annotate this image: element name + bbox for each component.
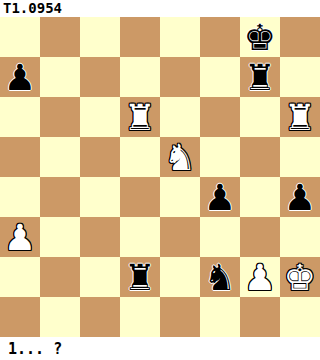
square-c7[interactable] — [80, 57, 120, 97]
square-b1[interactable] — [40, 297, 80, 337]
square-d2[interactable]: ♜ — [120, 257, 160, 297]
white-pawn-icon[interactable]: ♟ — [0, 217, 40, 257]
square-e7[interactable] — [160, 57, 200, 97]
square-g1[interactable] — [240, 297, 280, 337]
black-knight-icon[interactable]: ♞ — [200, 257, 240, 297]
square-a8[interactable] — [0, 17, 40, 57]
square-h5[interactable] — [280, 137, 320, 177]
black-rook-icon[interactable]: ♜ — [120, 257, 160, 297]
square-d5[interactable] — [120, 137, 160, 177]
square-f8[interactable] — [200, 17, 240, 57]
square-f2[interactable]: ♞ — [200, 257, 240, 297]
square-c4[interactable] — [80, 177, 120, 217]
square-a4[interactable] — [0, 177, 40, 217]
square-b3[interactable] — [40, 217, 80, 257]
black-pawn-icon[interactable]: ♟ — [200, 177, 240, 217]
square-h6[interactable]: ♜ — [280, 97, 320, 137]
square-e2[interactable] — [160, 257, 200, 297]
white-rook-icon[interactable]: ♜ — [280, 97, 320, 137]
square-c8[interactable] — [80, 17, 120, 57]
square-f6[interactable] — [200, 97, 240, 137]
square-e4[interactable] — [160, 177, 200, 217]
square-b8[interactable] — [40, 17, 80, 57]
square-f5[interactable] — [200, 137, 240, 177]
square-f7[interactable] — [200, 57, 240, 97]
square-f1[interactable] — [200, 297, 240, 337]
black-rook-icon[interactable]: ♜ — [240, 57, 280, 97]
square-e5[interactable]: ♞ — [160, 137, 200, 177]
square-c6[interactable] — [80, 97, 120, 137]
square-a5[interactable] — [0, 137, 40, 177]
square-b5[interactable] — [40, 137, 80, 177]
square-g6[interactable] — [240, 97, 280, 137]
square-b4[interactable] — [40, 177, 80, 217]
square-b2[interactable] — [40, 257, 80, 297]
square-d8[interactable] — [120, 17, 160, 57]
square-c1[interactable] — [80, 297, 120, 337]
square-d1[interactable] — [120, 297, 160, 337]
square-a1[interactable] — [0, 297, 40, 337]
square-e1[interactable] — [160, 297, 200, 337]
white-knight-icon[interactable]: ♞ — [160, 137, 200, 177]
white-king-icon[interactable]: ♚ — [280, 257, 320, 297]
square-g3[interactable] — [240, 217, 280, 257]
square-c2[interactable] — [80, 257, 120, 297]
square-h4[interactable]: ♟ — [280, 177, 320, 217]
white-rook-icon[interactable]: ♜ — [120, 97, 160, 137]
square-a7[interactable]: ♟ — [0, 57, 40, 97]
square-b7[interactable] — [40, 57, 80, 97]
chess-board: ♚♟♜♜♜♞♟♟♟♜♞♟♚ — [0, 17, 320, 337]
square-g7[interactable]: ♜ — [240, 57, 280, 97]
square-h2[interactable]: ♚ — [280, 257, 320, 297]
square-e8[interactable] — [160, 17, 200, 57]
square-c3[interactable] — [80, 217, 120, 257]
square-g4[interactable] — [240, 177, 280, 217]
square-g5[interactable] — [240, 137, 280, 177]
square-d7[interactable] — [120, 57, 160, 97]
square-g2[interactable]: ♟ — [240, 257, 280, 297]
square-c5[interactable] — [80, 137, 120, 177]
white-pawn-icon[interactable]: ♟ — [240, 257, 280, 297]
puzzle-title: T1.0954 — [0, 0, 320, 17]
square-f4[interactable]: ♟ — [200, 177, 240, 217]
square-h3[interactable] — [280, 217, 320, 257]
square-d3[interactable] — [120, 217, 160, 257]
black-pawn-icon[interactable]: ♟ — [280, 177, 320, 217]
square-g8[interactable]: ♚ — [240, 17, 280, 57]
square-b6[interactable] — [40, 97, 80, 137]
square-a2[interactable] — [0, 257, 40, 297]
move-prompt: 1... ? — [0, 337, 320, 360]
black-pawn-icon[interactable]: ♟ — [0, 57, 40, 97]
black-king-icon[interactable]: ♚ — [240, 17, 280, 57]
square-e3[interactable] — [160, 217, 200, 257]
square-h1[interactable] — [280, 297, 320, 337]
square-d4[interactable] — [120, 177, 160, 217]
square-d6[interactable]: ♜ — [120, 97, 160, 137]
square-a3[interactable]: ♟ — [0, 217, 40, 257]
square-f3[interactable] — [200, 217, 240, 257]
square-h7[interactable] — [280, 57, 320, 97]
square-h8[interactable] — [280, 17, 320, 57]
square-a6[interactable] — [0, 97, 40, 137]
chess-puzzle-window: T1.0954 ♚♟♜♜♜♞♟♟♟♜♞♟♚ 1... ? — [0, 0, 320, 360]
square-e6[interactable] — [160, 97, 200, 137]
